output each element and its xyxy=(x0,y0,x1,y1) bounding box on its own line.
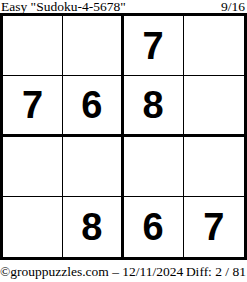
sudoku-cell-r4c4: 7 xyxy=(184,197,244,257)
sudoku-cell-r3c3[interactable] xyxy=(124,137,184,197)
sudoku-grid: 7768867 xyxy=(0,13,247,260)
sudoku-cell-r2c2: 6 xyxy=(63,76,123,136)
sudoku-cell-r1c4[interactable] xyxy=(184,16,244,76)
sudoku-cell-r3c4[interactable] xyxy=(184,137,244,197)
sudoku-cell-r4c3: 6 xyxy=(124,197,184,257)
sudoku-cell-r2c1: 7 xyxy=(3,76,63,136)
footer-copyright: ©grouppuzzles.com – 12/11/2024 xyxy=(0,264,183,279)
sudoku-cell-r1c1[interactable] xyxy=(3,16,63,76)
puzzle-counter: 9/16 xyxy=(221,0,245,13)
footer: ©grouppuzzles.com – 12/11/2024 Diff: 2 /… xyxy=(0,260,247,282)
page-title: Easy "Sudoku-4-5678" xyxy=(1,0,126,13)
sudoku-cell-r2c3: 8 xyxy=(124,76,184,136)
sudoku-cell-r3c1[interactable] xyxy=(3,137,63,197)
sudoku-cell-r3c2[interactable] xyxy=(63,137,123,197)
sudoku-cell-r2c4[interactable] xyxy=(184,76,244,136)
sudoku-cell-r4c2: 8 xyxy=(63,197,123,257)
difficulty-label: Diff: 2 / 81 xyxy=(186,264,246,279)
sudoku-page: Easy "Sudoku-4-5678" 9/16 7768867 ©group… xyxy=(0,0,247,282)
sudoku-cell-r1c3: 7 xyxy=(124,16,184,76)
header: Easy "Sudoku-4-5678" 9/16 xyxy=(0,0,247,13)
sudoku-cell-r1c2[interactable] xyxy=(63,16,123,76)
sudoku-cell-r4c1[interactable] xyxy=(3,197,63,257)
